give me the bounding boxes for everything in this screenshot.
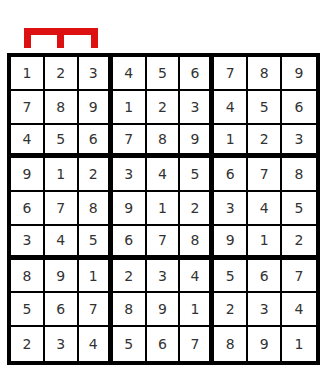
cell-r5c3[interactable]: 8 [79,192,113,226]
cell-r3c4[interactable]: 7 [113,125,147,159]
cell-r4c1[interactable]: 9 [11,158,45,192]
cell-r3c1[interactable]: 4 [11,125,45,159]
cell-r3c6[interactable]: 9 [180,125,214,159]
cell-r8c7[interactable]: 2 [214,293,248,327]
cell-r9c2[interactable]: 3 [45,327,79,361]
cell-r9c3[interactable]: 4 [79,327,113,361]
cell-r6c3[interactable]: 5 [79,226,113,260]
cell-r6c2[interactable]: 4 [45,226,79,260]
cell-r7c4[interactable]: 2 [113,260,147,294]
cell-r2c6[interactable]: 3 [180,91,214,125]
cell-r5c8[interactable]: 4 [248,192,282,226]
cell-r8c2[interactable]: 6 [45,293,79,327]
cell-r8c6[interactable]: 1 [180,293,214,327]
red-bracket-annotation [24,28,98,48]
cell-r8c1[interactable]: 5 [11,293,45,327]
sudoku-page: 1234567897891234564567891239123456786789… [0,0,331,373]
cell-r8c3[interactable]: 7 [79,293,113,327]
cell-r3c7[interactable]: 1 [214,125,248,159]
cell-r1c2[interactable]: 2 [45,57,79,91]
cell-r7c6[interactable]: 4 [180,260,214,294]
cell-r9c6[interactable]: 7 [180,327,214,361]
cell-r1c4[interactable]: 4 [113,57,147,91]
cell-r9c9[interactable]: 1 [282,327,316,361]
bracket-tick [24,28,31,48]
cell-r6c1[interactable]: 3 [11,226,45,260]
cell-r4c2[interactable]: 1 [45,158,79,192]
cell-r3c8[interactable]: 2 [248,125,282,159]
cell-r8c5[interactable]: 9 [147,293,181,327]
cell-r5c6[interactable]: 2 [180,192,214,226]
cell-r2c7[interactable]: 4 [214,91,248,125]
cell-r9c7[interactable]: 8 [214,327,248,361]
cell-r7c9[interactable]: 7 [282,260,316,294]
cell-r1c5[interactable]: 5 [147,57,181,91]
cell-r9c5[interactable]: 6 [147,327,181,361]
cell-r8c8[interactable]: 3 [248,293,282,327]
cell-r1c8[interactable]: 8 [248,57,282,91]
cell-r7c1[interactable]: 8 [11,260,45,294]
cell-r2c4[interactable]: 1 [113,91,147,125]
cell-r5c1[interactable]: 6 [11,192,45,226]
cell-r3c5[interactable]: 8 [147,125,181,159]
cell-r1c9[interactable]: 9 [282,57,316,91]
cell-r5c2[interactable]: 7 [45,192,79,226]
cell-r1c7[interactable]: 7 [214,57,248,91]
cell-r6c8[interactable]: 1 [248,226,282,260]
cell-r4c3[interactable]: 2 [79,158,113,192]
cell-r4c4[interactable]: 3 [113,158,147,192]
cell-r6c9[interactable]: 2 [282,226,316,260]
cell-r5c4[interactable]: 9 [113,192,147,226]
cell-r7c2[interactable]: 9 [45,260,79,294]
cell-r5c7[interactable]: 3 [214,192,248,226]
cell-r1c6[interactable]: 6 [180,57,214,91]
cell-r7c8[interactable]: 6 [248,260,282,294]
cell-r6c7[interactable]: 9 [214,226,248,260]
cell-r8c4[interactable]: 8 [113,293,147,327]
cell-r7c5[interactable]: 3 [147,260,181,294]
cell-r6c5[interactable]: 7 [147,226,181,260]
cell-r4c8[interactable]: 7 [248,158,282,192]
cell-r2c1[interactable]: 7 [11,91,45,125]
cell-r9c8[interactable]: 9 [248,327,282,361]
cell-r8c9[interactable]: 4 [282,293,316,327]
cell-r2c3[interactable]: 9 [79,91,113,125]
cell-r6c4[interactable]: 6 [113,226,147,260]
cell-r4c5[interactable]: 4 [147,158,181,192]
cell-r4c9[interactable]: 8 [282,158,316,192]
cell-r6c6[interactable]: 8 [180,226,214,260]
cell-r3c2[interactable]: 5 [45,125,79,159]
bracket-tick [57,28,64,48]
sudoku-board: 1234567897891234564567891239123456786789… [7,53,320,365]
cell-r7c3[interactable]: 1 [79,260,113,294]
cell-r3c9[interactable]: 3 [282,125,316,159]
cell-r7c7[interactable]: 5 [214,260,248,294]
cell-r4c7[interactable]: 6 [214,158,248,192]
cell-r2c5[interactable]: 2 [147,91,181,125]
cell-r4c6[interactable]: 5 [180,158,214,192]
cell-r1c1[interactable]: 1 [11,57,45,91]
cell-r5c9[interactable]: 5 [282,192,316,226]
cell-r2c9[interactable]: 6 [282,91,316,125]
cell-r2c2[interactable]: 8 [45,91,79,125]
cell-r9c4[interactable]: 5 [113,327,147,361]
cell-r5c5[interactable]: 1 [147,192,181,226]
cell-r2c8[interactable]: 5 [248,91,282,125]
bracket-tick [91,28,98,48]
cell-r9c1[interactable]: 2 [11,327,45,361]
cell-r3c3[interactable]: 6 [79,125,113,159]
cell-r1c3[interactable]: 3 [79,57,113,91]
